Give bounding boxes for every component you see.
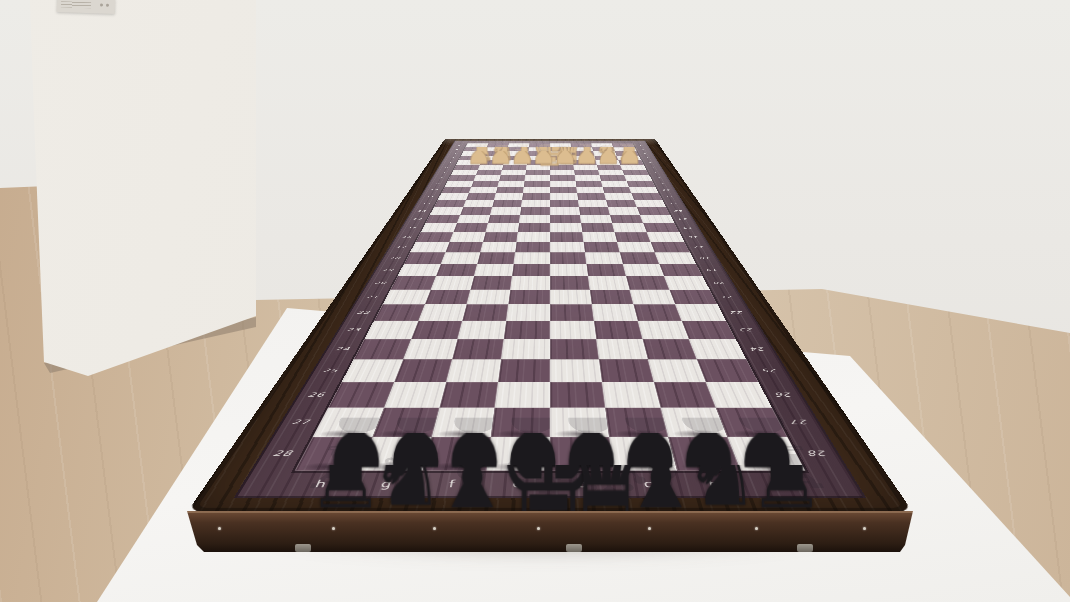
- square-a17: [651, 242, 690, 252]
- front-screw-icon: [648, 527, 651, 530]
- square-f22: [462, 305, 508, 321]
- square-d17: [550, 242, 585, 252]
- square-f24: [452, 339, 504, 359]
- square-f16: [483, 232, 518, 242]
- wall-label-dot-icon: [100, 3, 103, 6]
- square-c18: [585, 252, 623, 263]
- square-f20: [470, 276, 512, 290]
- square-h18: [404, 252, 445, 263]
- square-f2: ♟♟: [507, 147, 529, 151]
- square-g17: [445, 242, 483, 252]
- square-h13: [430, 207, 463, 215]
- square-h10: [441, 187, 471, 193]
- square-g16: [449, 232, 485, 242]
- square-e12: [521, 200, 550, 207]
- square-h17: [410, 242, 449, 252]
- square-d10: [550, 187, 577, 193]
- board-frame-front-face: [187, 511, 913, 552]
- square-c14: [580, 215, 612, 223]
- square-d23: [550, 321, 596, 339]
- rank-label-left-12: 12: [414, 200, 438, 207]
- rank-label-right-16: 16: [679, 232, 708, 242]
- square-h16: [416, 232, 453, 242]
- square-a10: [629, 187, 659, 193]
- square-g11: [466, 193, 496, 200]
- square-e20: [510, 276, 550, 290]
- square-g19: [436, 264, 477, 276]
- square-e11: [522, 193, 550, 200]
- square-e14: [519, 215, 550, 223]
- square-h21: [383, 290, 431, 305]
- front-screw-icon: [755, 527, 758, 530]
- square-c20: [588, 276, 630, 290]
- rank-label-left-11: 11: [418, 193, 441, 200]
- square-g13: [460, 207, 492, 215]
- front-latch: [295, 544, 311, 552]
- square-d16: [550, 232, 584, 242]
- square-b12: [606, 200, 637, 207]
- square-c10: [576, 187, 604, 193]
- rank-label-right-13: 13: [666, 207, 691, 215]
- square-c15: [581, 223, 614, 232]
- rank-label-right-18: 18: [690, 252, 721, 263]
- square-b10: [603, 187, 632, 193]
- square-f15: [485, 223, 518, 232]
- square-b20: [626, 276, 669, 290]
- square-f10: [496, 187, 524, 193]
- square-e28: ♚♚: [486, 437, 550, 471]
- square-f17: [480, 242, 516, 252]
- square-d13: [550, 207, 580, 215]
- square-f21: [466, 290, 510, 305]
- square-b23: [638, 321, 689, 339]
- front-latch: [566, 544, 582, 552]
- square-d19: [550, 264, 588, 276]
- square-d2: ♟♟: [550, 147, 572, 151]
- square-b21: [630, 290, 676, 305]
- square-e17: [515, 242, 550, 252]
- square-b24: [643, 339, 697, 359]
- square-h2: ♟♟: [463, 147, 486, 151]
- wall-label-text-lines: [61, 1, 91, 8]
- square-b13: [608, 207, 640, 215]
- square-h22: [374, 305, 424, 321]
- square-d21: [550, 290, 592, 305]
- square-g21: [425, 290, 471, 305]
- file-label-e: e: [483, 471, 550, 498]
- square-h12: [434, 200, 466, 207]
- square-d22: [550, 305, 594, 321]
- square-b2: ♟♟: [592, 147, 615, 151]
- square-a14: [640, 215, 674, 223]
- square-c19: [586, 264, 626, 276]
- square-f13: [490, 207, 521, 215]
- file-label-f: f: [415, 471, 486, 498]
- square-g28: ♞♞: [359, 437, 432, 471]
- square-g23: [411, 321, 462, 339]
- rank-label-right-17: 17: [684, 242, 714, 252]
- front-screw-icon: [433, 527, 436, 530]
- square-g2: ♟♟: [485, 147, 508, 151]
- square-g12: [463, 200, 494, 207]
- square-d15: [550, 223, 582, 232]
- square-d18: [550, 252, 586, 263]
- square-h28: ♜♜: [295, 437, 372, 471]
- square-e2: ♟♟: [528, 147, 550, 151]
- square-h15: [421, 223, 457, 232]
- square-e24: [501, 339, 550, 359]
- square-b15: [612, 223, 647, 232]
- square-a11: [631, 193, 662, 200]
- square-e16: [516, 232, 550, 242]
- file-label-c: c: [614, 471, 685, 498]
- square-b19: [623, 264, 664, 276]
- square-c21: [590, 290, 634, 305]
- square-h20: [391, 276, 436, 290]
- square-f14: [488, 215, 520, 223]
- square-g24: [403, 339, 457, 359]
- front-screw-icon: [332, 527, 335, 530]
- square-e19: [512, 264, 550, 276]
- square-a16: [647, 232, 684, 242]
- square-a2: ♟♟: [613, 147, 636, 151]
- file-label-h: h: [281, 471, 359, 498]
- square-h19: [398, 264, 441, 276]
- square-g22: [418, 305, 466, 321]
- wall-label-dot-icon: [106, 4, 109, 7]
- square-b14: [610, 215, 643, 223]
- gallery-scene: ♜♜♞♞♝♝♚♚♛♛♝♝♞♞♜♜♟♟♟♟♟♟♟♟♟♟♟♟♟♟♟♟♟♟♟♟♟♟♟♟…: [0, 0, 1070, 602]
- square-f18: [477, 252, 515, 263]
- square-g18: [441, 252, 480, 263]
- front-screw-icon: [863, 527, 866, 530]
- square-c16: [582, 232, 617, 242]
- rank-label-right-19: 19: [696, 264, 729, 276]
- file-label-d: d: [550, 471, 617, 498]
- front-latch: [797, 544, 813, 552]
- square-e15: [518, 223, 550, 232]
- square-b18: [620, 252, 659, 263]
- square-g20: [430, 276, 473, 290]
- square-f11: [494, 193, 523, 200]
- square-h14: [425, 215, 459, 223]
- square-f19: [474, 264, 514, 276]
- square-e18: [514, 252, 550, 263]
- square-f28: ♝♝: [423, 437, 491, 471]
- square-f12: [492, 200, 522, 207]
- square-a13: [637, 207, 670, 215]
- square-c23: [594, 321, 643, 339]
- square-c13: [579, 207, 610, 215]
- square-c17: [584, 242, 620, 252]
- square-c24: [596, 339, 648, 359]
- square-a18: [655, 252, 696, 263]
- square-e10: [523, 187, 550, 193]
- square-e21: [508, 290, 550, 305]
- rank-label-right-11: 11: [659, 193, 682, 200]
- rank-label-left-13: 13: [409, 207, 434, 215]
- square-c11: [577, 193, 606, 200]
- rank-label-right-12: 12: [662, 200, 686, 207]
- file-label-g: g: [348, 471, 422, 498]
- front-screw-icon: [537, 527, 540, 530]
- file-label-a: a: [741, 471, 819, 498]
- square-h11: [438, 193, 469, 200]
- square-a20: [664, 276, 709, 290]
- rank-label-right-15: 15: [675, 223, 702, 232]
- square-f23: [457, 321, 506, 339]
- square-e13: [520, 207, 550, 215]
- square-d14: [550, 215, 581, 223]
- square-c12: [578, 200, 608, 207]
- square-b22: [634, 305, 682, 321]
- square-d24: [550, 339, 599, 359]
- file-label-b: b: [677, 471, 751, 498]
- square-g15: [453, 223, 488, 232]
- square-d12: [550, 200, 579, 207]
- square-c2: ♟♟: [571, 147, 593, 151]
- rank-label-right-14: 14: [670, 215, 696, 223]
- square-d28: ♛♛: [550, 437, 614, 471]
- square-b11: [604, 193, 634, 200]
- square-a12: [634, 200, 666, 207]
- wall-label-card: [57, 0, 115, 14]
- square-a22: [675, 305, 725, 321]
- square-b17: [617, 242, 655, 252]
- rank-label-left-15: 15: [398, 223, 425, 232]
- square-g14: [457, 215, 490, 223]
- square-g10: [469, 187, 498, 193]
- rank-label-left-14: 14: [404, 215, 430, 223]
- square-a15: [643, 223, 679, 232]
- square-d11: [550, 193, 578, 200]
- square-b16: [615, 232, 651, 242]
- square-e23: [504, 321, 550, 339]
- square-e22: [506, 305, 550, 321]
- square-a19: [659, 264, 702, 276]
- front-screw-icon: [218, 527, 221, 530]
- board-printed-surface: ♜♜♞♞♝♝♚♚♛♛♝♝♞♞♜♜♟♟♟♟♟♟♟♟♟♟♟♟♟♟♟♟♟♟♟♟♟♟♟♟…: [234, 141, 866, 498]
- square-c22: [592, 305, 638, 321]
- square-d20: [550, 276, 590, 290]
